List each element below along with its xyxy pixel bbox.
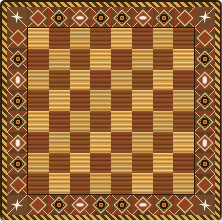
square-c3[interactable] — [70, 132, 91, 153]
square-a2[interactable] — [28, 153, 49, 174]
border-diamond-eye — [7, 132, 28, 153]
rosette-center-dot — [99, 16, 102, 19]
square-d2[interactable] — [90, 153, 111, 174]
square-d1[interactable] — [90, 173, 111, 194]
square-f8[interactable] — [132, 28, 153, 49]
border-diamond-rosette — [194, 90, 215, 111]
rosette-center-dot — [57, 203, 60, 206]
square-d8[interactable] — [90, 28, 111, 49]
square-f3[interactable] — [132, 132, 153, 153]
square-d3[interactable] — [90, 132, 111, 153]
square-f5[interactable] — [132, 90, 153, 111]
white-oval-inlay-icon — [76, 16, 83, 20]
rosette-center-dot — [99, 203, 102, 206]
rosette-center-dot — [203, 57, 206, 60]
border-diamond-eye — [132, 194, 153, 215]
square-h5[interactable] — [173, 90, 194, 111]
rosette-medallion-icon — [200, 96, 210, 106]
white-oval-inlay-icon — [139, 16, 146, 20]
square-e8[interactable] — [111, 28, 132, 49]
rosette-center-dot — [203, 120, 206, 123]
white-oval-inlay-icon — [203, 139, 207, 146]
border-diamond-plain — [174, 194, 195, 215]
square-d5[interactable] — [90, 90, 111, 111]
border-diamond-rosette — [153, 7, 174, 28]
square-a3[interactable] — [28, 132, 49, 153]
plain-diamond-frame — [29, 196, 46, 213]
rosette-center-dot — [203, 99, 206, 102]
border-diamond-eye — [69, 7, 90, 28]
square-a6[interactable] — [28, 70, 49, 91]
rosette-medallion-icon — [96, 200, 106, 210]
square-b2[interactable] — [49, 153, 70, 174]
border-strip-top — [27, 7, 195, 28]
rosette-medallion-icon — [159, 13, 169, 23]
border-diamond-eye — [194, 69, 215, 90]
border-diamond-rosette — [90, 7, 111, 28]
corner-star-bottom-left — [7, 195, 27, 215]
square-b1[interactable] — [49, 173, 70, 194]
plain-diamond-frame — [176, 9, 193, 26]
square-g1[interactable] — [153, 173, 174, 194]
border-diamond-rosette — [194, 153, 215, 174]
border-diamond-plain — [194, 27, 215, 48]
square-c4[interactable] — [70, 111, 91, 132]
square-a4[interactable] — [28, 111, 49, 132]
four-point-star-icon — [198, 10, 213, 25]
border-diamond-eye — [69, 194, 90, 215]
rosette-center-dot — [162, 16, 165, 19]
square-c6[interactable] — [70, 70, 91, 91]
border-diamond-rosette — [7, 48, 28, 69]
border-strip-bottom — [27, 194, 195, 215]
border-diamond-plain — [174, 7, 195, 28]
square-c7[interactable] — [70, 49, 91, 70]
border-diamond-rosette — [90, 194, 111, 215]
chess-board-grid — [28, 28, 194, 194]
border-diamond-plain — [7, 27, 28, 48]
square-h1[interactable] — [173, 173, 194, 194]
rosette-medallion-icon — [54, 200, 64, 210]
square-f4[interactable] — [132, 111, 153, 132]
white-oval-inlay-icon — [76, 203, 83, 207]
rosette-center-dot — [16, 162, 19, 165]
rosette-center-dot — [16, 120, 19, 123]
border-diamond-plain — [194, 174, 215, 195]
square-b8[interactable] — [49, 28, 70, 49]
square-e7[interactable] — [111, 49, 132, 70]
board-edge-highlight — [2, 220, 220, 222]
border-diamond-rosette — [48, 7, 69, 28]
square-e4[interactable] — [111, 111, 132, 132]
square-e2[interactable] — [111, 153, 132, 174]
white-oval-inlay-icon — [139, 203, 146, 207]
border-diamond-rosette — [7, 90, 28, 111]
square-e6[interactable] — [111, 70, 132, 91]
square-h7[interactable] — [173, 49, 194, 70]
square-g2[interactable] — [153, 153, 174, 174]
corner-star-bottom-right — [195, 195, 215, 215]
square-h6[interactable] — [173, 70, 194, 91]
square-b7[interactable] — [49, 49, 70, 70]
square-f2[interactable] — [132, 153, 153, 174]
square-b5[interactable] — [49, 90, 70, 111]
rosette-medallion-icon — [200, 117, 210, 127]
square-e1[interactable] — [111, 173, 132, 194]
plain-diamond-frame — [176, 196, 193, 213]
rosette-medallion-icon — [96, 13, 106, 23]
plain-diamond-frame — [9, 29, 26, 46]
rosette-center-dot — [120, 203, 123, 206]
square-e3[interactable] — [111, 132, 132, 153]
rosette-medallion-icon — [159, 200, 169, 210]
square-e5[interactable] — [111, 90, 132, 111]
four-point-star-icon — [10, 10, 25, 25]
square-g7[interactable] — [153, 49, 174, 70]
square-c5[interactable] — [70, 90, 91, 111]
border-strip-left — [7, 27, 28, 195]
border-diamond-rosette — [153, 194, 174, 215]
square-a8[interactable] — [28, 28, 49, 49]
rosette-medallion-icon — [200, 54, 210, 64]
square-g8[interactable] — [153, 28, 174, 49]
plain-diamond-frame — [9, 176, 26, 193]
square-g3[interactable] — [153, 132, 174, 153]
white-oval-inlay-icon — [16, 139, 20, 146]
chessboard-photo — [0, 0, 222, 222]
border-strip-right — [194, 27, 215, 195]
plain-diamond-frame — [196, 176, 213, 193]
square-f1[interactable] — [132, 173, 153, 194]
square-h3[interactable] — [173, 132, 194, 153]
rosette-medallion-icon — [13, 159, 23, 169]
border-diamond-rosette — [194, 111, 215, 132]
rosette-medallion-icon — [200, 159, 210, 169]
rosette-medallion-icon — [13, 54, 23, 64]
square-h8[interactable] — [173, 28, 194, 49]
corner-star-top-left — [7, 7, 27, 27]
border-diamond-rosette — [7, 153, 28, 174]
square-d7[interactable] — [90, 49, 111, 70]
square-g5[interactable] — [153, 90, 174, 111]
border-diamond-eye — [7, 69, 28, 90]
rosette-medallion-icon — [117, 200, 127, 210]
square-h2[interactable] — [173, 153, 194, 174]
square-a5[interactable] — [28, 90, 49, 111]
white-oval-inlay-icon — [16, 76, 20, 83]
rosette-center-dot — [203, 162, 206, 165]
border-diamond-eye — [132, 7, 153, 28]
rosette-medallion-icon — [117, 13, 127, 23]
border-diamond-eye — [194, 132, 215, 153]
border-diamond-rosette — [194, 48, 215, 69]
white-oval-inlay-icon — [203, 76, 207, 83]
square-b6[interactable] — [49, 70, 70, 91]
rosette-center-dot — [16, 57, 19, 60]
square-a7[interactable] — [28, 49, 49, 70]
square-c8[interactable] — [70, 28, 91, 49]
plain-diamond-frame — [196, 29, 213, 46]
rosette-medallion-icon — [13, 96, 23, 106]
square-c1[interactable] — [70, 173, 91, 194]
rosette-medallion-icon — [54, 13, 64, 23]
rosette-center-dot — [162, 203, 165, 206]
border-diamond-plain — [7, 174, 28, 195]
square-g4[interactable] — [153, 111, 174, 132]
square-h4[interactable] — [173, 111, 194, 132]
square-d4[interactable] — [90, 111, 111, 132]
square-d6[interactable] — [90, 70, 111, 91]
border-diamond-plain — [27, 194, 48, 215]
border-diamond-rosette — [7, 111, 28, 132]
four-point-star-icon — [10, 198, 25, 213]
border-diamond-plain — [27, 7, 48, 28]
rosette-medallion-icon — [13, 117, 23, 127]
rosette-center-dot — [120, 16, 123, 19]
border-diamond-rosette — [111, 7, 132, 28]
square-g6[interactable] — [153, 70, 174, 91]
corner-star-top-right — [195, 7, 215, 27]
square-a1[interactable] — [28, 173, 49, 194]
border-diamond-rosette — [111, 194, 132, 215]
square-b3[interactable] — [49, 132, 70, 153]
four-point-star-icon — [198, 198, 213, 213]
rosette-center-dot — [57, 16, 60, 19]
rosette-center-dot — [16, 99, 19, 102]
square-f7[interactable] — [132, 49, 153, 70]
plain-diamond-frame — [29, 9, 46, 26]
square-b4[interactable] — [49, 111, 70, 132]
square-c2[interactable] — [70, 153, 91, 174]
border-diamond-rosette — [48, 194, 69, 215]
square-f6[interactable] — [132, 70, 153, 91]
